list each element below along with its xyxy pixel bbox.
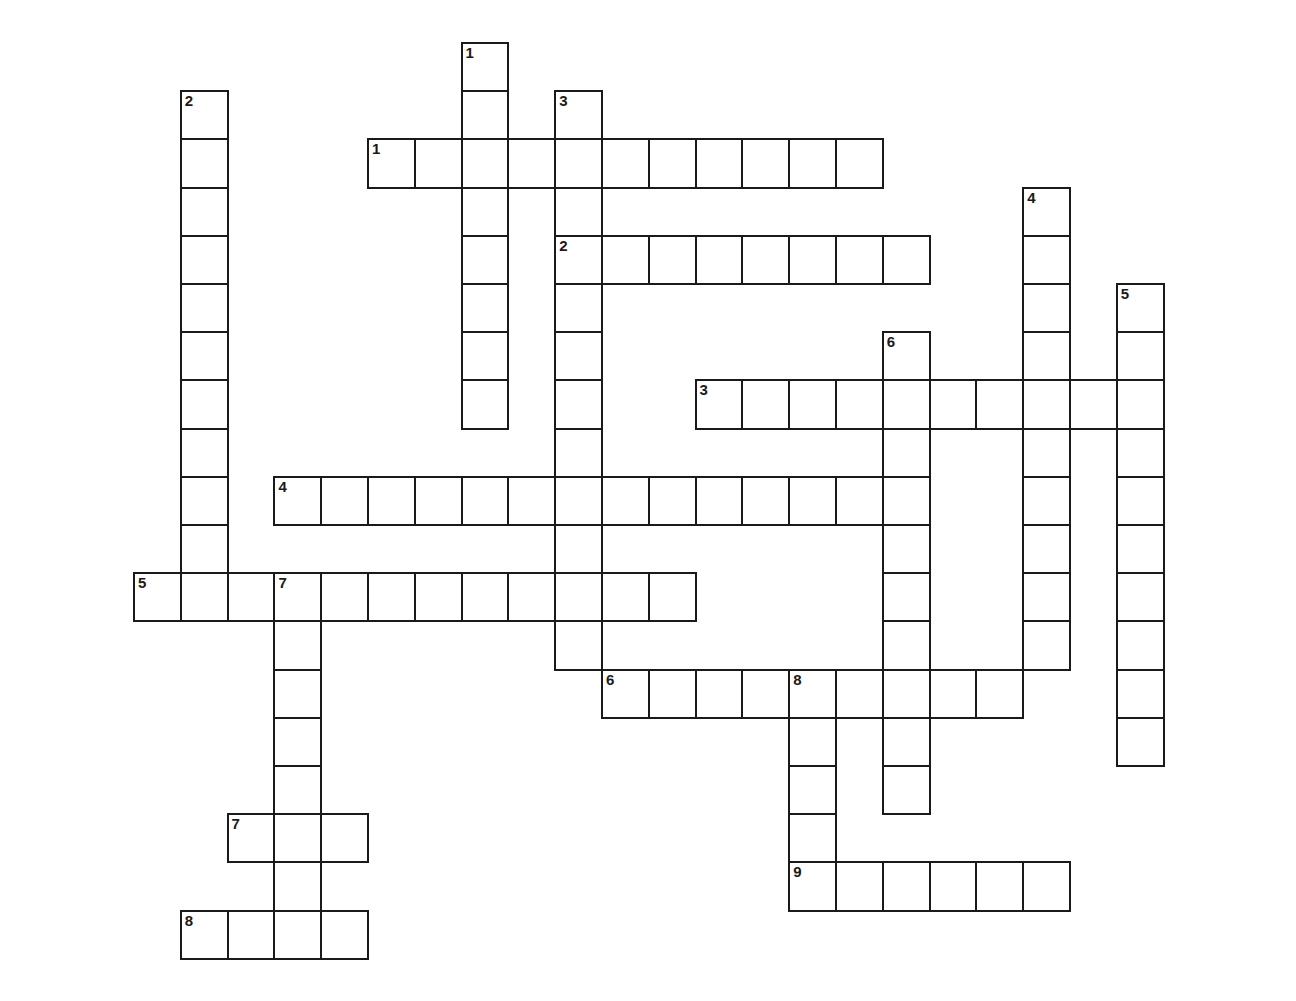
crossword-cell[interactable] <box>414 138 463 188</box>
crossword-cell[interactable] <box>882 717 931 767</box>
crossword-cell[interactable] <box>882 669 931 719</box>
crossword-cell[interactable] <box>741 476 790 526</box>
crossword-cell[interactable] <box>695 235 744 285</box>
crossword-cell[interactable]: 7 <box>227 813 276 863</box>
clue-number: 8 <box>793 671 801 688</box>
clue-number: 6 <box>606 671 614 688</box>
clue-number: 2 <box>185 92 193 109</box>
crossword-cell[interactable] <box>835 235 884 285</box>
crossword-cell[interactable] <box>601 476 650 526</box>
crossword-cell[interactable] <box>180 283 229 333</box>
crossword-cell[interactable] <box>180 138 229 188</box>
crossword-cell[interactable] <box>554 620 603 670</box>
crossword-cell[interactable]: 4 <box>273 476 322 526</box>
crossword-cell[interactable] <box>1116 379 1165 429</box>
crossword-cell[interactable] <box>507 476 556 526</box>
crossword-cell[interactable] <box>180 187 229 237</box>
crossword-cell[interactable]: 2 <box>554 235 603 285</box>
crossword-cell[interactable] <box>1116 524 1165 574</box>
crossword-cell[interactable] <box>648 669 697 719</box>
crossword-cell[interactable] <box>788 138 837 188</box>
crossword-cell[interactable]: 7 <box>273 572 322 622</box>
crossword-cell[interactable]: 6 <box>882 331 931 381</box>
crossword-cell[interactable] <box>273 861 322 911</box>
crossword-cell[interactable] <box>648 235 697 285</box>
crossword-cell[interactable] <box>788 765 837 815</box>
crossword-cell[interactable] <box>180 572 229 622</box>
crossword-cell[interactable] <box>273 669 322 719</box>
crossword-cell[interactable] <box>695 138 744 188</box>
crossword-cell[interactable] <box>461 379 510 429</box>
crossword-cell[interactable] <box>648 572 697 622</box>
clue-number: 9 <box>793 863 801 880</box>
crossword-cell[interactable] <box>648 476 697 526</box>
crossword-cell[interactable] <box>180 524 229 574</box>
clue-number: 7 <box>232 815 240 832</box>
clue-number: 1 <box>466 44 474 61</box>
crossword-cell[interactable] <box>835 379 884 429</box>
crossword-cell[interactable] <box>882 379 931 429</box>
crossword-cell[interactable] <box>554 476 603 526</box>
crossword-cell[interactable] <box>741 669 790 719</box>
crossword-cell[interactable]: 1 <box>367 138 416 188</box>
crossword-cell[interactable] <box>601 138 650 188</box>
crossword-cell[interactable] <box>320 476 369 526</box>
clue-number: 6 <box>887 333 895 350</box>
crossword-cell[interactable] <box>461 572 510 622</box>
crossword-cell[interactable] <box>882 235 931 285</box>
crossword-cell[interactable] <box>227 910 276 960</box>
crossword-cell[interactable] <box>1116 669 1165 719</box>
crossword-cell[interactable] <box>1069 379 1118 429</box>
crossword-cell[interactable] <box>882 524 931 574</box>
crossword-cell[interactable] <box>1116 476 1165 526</box>
clue-number: 3 <box>559 92 567 109</box>
crossword-cell[interactable] <box>835 138 884 188</box>
clue-number: 8 <box>185 912 193 929</box>
crossword-cell[interactable] <box>835 669 884 719</box>
crossword-grid: 12314256345768798 <box>0 0 1296 1001</box>
crossword-cell[interactable] <box>554 379 603 429</box>
crossword-cell[interactable] <box>554 428 603 478</box>
crossword-cell[interactable] <box>1022 476 1071 526</box>
crossword-cell[interactable] <box>461 476 510 526</box>
crossword-cell[interactable]: 6 <box>601 669 650 719</box>
crossword-cell[interactable] <box>741 379 790 429</box>
crossword-cell[interactable] <box>273 765 322 815</box>
crossword-cell[interactable] <box>367 572 416 622</box>
crossword-cell[interactable]: 3 <box>695 379 744 429</box>
clue-number: 1 <box>372 140 380 157</box>
crossword-cell[interactable] <box>554 283 603 333</box>
crossword-cell[interactable] <box>180 476 229 526</box>
crossword-cell[interactable] <box>1022 572 1071 622</box>
crossword-cell[interactable] <box>227 572 276 622</box>
clue-number: 3 <box>700 381 708 398</box>
crossword-cell[interactable]: 8 <box>788 669 837 719</box>
crossword-cell[interactable] <box>929 379 978 429</box>
crossword-cell[interactable] <box>882 572 931 622</box>
crossword-cell[interactable] <box>461 90 510 140</box>
crossword-cell[interactable] <box>975 669 1024 719</box>
crossword-cell[interactable]: 3 <box>554 90 603 140</box>
crossword-cell[interactable] <box>180 428 229 478</box>
crossword-cell[interactable] <box>1116 572 1165 622</box>
crossword-cell[interactable] <box>180 379 229 429</box>
crossword-cell[interactable] <box>554 187 603 237</box>
crossword-cell[interactable] <box>461 331 510 381</box>
crossword-cell[interactable] <box>1022 379 1071 429</box>
crossword-cell[interactable] <box>273 910 322 960</box>
clue-number: 5 <box>1121 285 1129 302</box>
crossword-cell[interactable] <box>1022 331 1071 381</box>
clue-number: 4 <box>1027 189 1035 206</box>
crossword-cell[interactable] <box>1022 235 1071 285</box>
crossword-cell[interactable] <box>414 476 463 526</box>
crossword-cell[interactable] <box>1022 283 1071 333</box>
crossword-cell[interactable] <box>1116 620 1165 670</box>
crossword-cell[interactable] <box>414 572 463 622</box>
crossword-cell[interactable] <box>788 717 837 767</box>
crossword-cell[interactable] <box>741 235 790 285</box>
crossword-cell[interactable]: 2 <box>180 90 229 140</box>
crossword-cell[interactable] <box>695 669 744 719</box>
crossword-cell[interactable]: 4 <box>1022 187 1071 237</box>
crossword-cell[interactable] <box>882 428 931 478</box>
crossword-cell[interactable] <box>788 476 837 526</box>
crossword-cell[interactable] <box>835 476 884 526</box>
crossword-cell[interactable] <box>461 283 510 333</box>
clue-number: 7 <box>278 574 286 591</box>
crossword-cell[interactable] <box>554 572 603 622</box>
crossword-cell[interactable]: 9 <box>788 861 837 911</box>
crossword-cell[interactable] <box>320 572 369 622</box>
crossword-cell[interactable] <box>554 524 603 574</box>
crossword-cell[interactable] <box>1022 428 1071 478</box>
crossword-cell[interactable] <box>788 813 837 863</box>
crossword-cell[interactable] <box>741 138 790 188</box>
clue-number: 2 <box>559 237 567 254</box>
crossword-cell[interactable] <box>648 138 697 188</box>
clue-number: 4 <box>278 478 286 495</box>
crossword-cell[interactable] <box>788 379 837 429</box>
crossword-cell[interactable] <box>601 235 650 285</box>
crossword-cell[interactable] <box>1116 331 1165 381</box>
crossword-cell[interactable] <box>882 476 931 526</box>
crossword-cell[interactable] <box>1022 620 1071 670</box>
crossword-cell[interactable] <box>1116 717 1165 767</box>
crossword-cell[interactable] <box>320 910 369 960</box>
crossword-cell[interactable] <box>882 861 931 911</box>
crossword-page: 12314256345768798 <box>0 0 1296 1001</box>
crossword-cell[interactable] <box>788 235 837 285</box>
crossword-cell[interactable] <box>1022 861 1071 911</box>
crossword-cell[interactable]: 5 <box>1116 283 1165 333</box>
crossword-cell[interactable] <box>554 331 603 381</box>
crossword-cell[interactable] <box>601 572 650 622</box>
crossword-cell[interactable] <box>320 813 369 863</box>
crossword-cell[interactable] <box>367 476 416 526</box>
crossword-cell[interactable]: 1 <box>461 42 510 92</box>
crossword-cell[interactable] <box>180 331 229 381</box>
crossword-cell[interactable] <box>929 861 978 911</box>
crossword-cell[interactable] <box>835 861 884 911</box>
crossword-cell[interactable] <box>882 620 931 670</box>
crossword-cell[interactable]: 5 <box>133 572 182 622</box>
crossword-cell[interactable] <box>461 235 510 285</box>
crossword-cell[interactable] <box>1022 524 1071 574</box>
crossword-cell[interactable] <box>695 476 744 526</box>
crossword-cell[interactable] <box>273 620 322 670</box>
crossword-cell[interactable] <box>273 813 322 863</box>
crossword-cell[interactable] <box>1116 428 1165 478</box>
crossword-cell[interactable] <box>461 138 510 188</box>
crossword-cell[interactable] <box>180 235 229 285</box>
crossword-cell[interactable] <box>461 187 510 237</box>
crossword-cell[interactable] <box>929 669 978 719</box>
crossword-cell[interactable] <box>273 717 322 767</box>
crossword-cell[interactable] <box>554 138 603 188</box>
crossword-cell[interactable]: 8 <box>180 910 229 960</box>
crossword-cell[interactable] <box>507 138 556 188</box>
crossword-cell[interactable] <box>975 861 1024 911</box>
crossword-cell[interactable] <box>882 765 931 815</box>
clue-number: 5 <box>138 574 146 591</box>
crossword-cell[interactable] <box>975 379 1024 429</box>
crossword-cell[interactable] <box>507 572 556 622</box>
